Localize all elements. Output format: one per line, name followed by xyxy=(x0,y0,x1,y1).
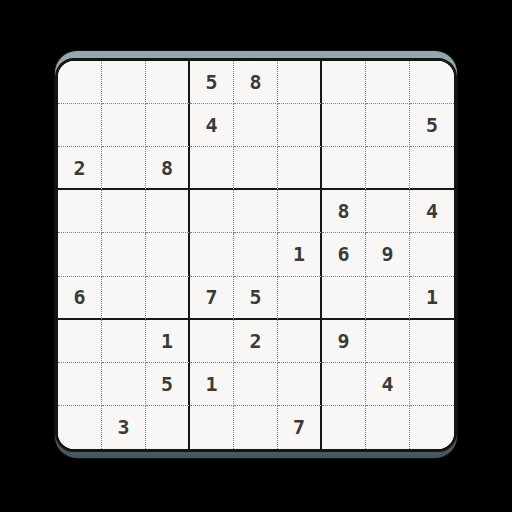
sudoku-grid: 58452884169675112951437 xyxy=(58,61,454,449)
given-digit: 5 xyxy=(249,287,261,307)
cell-r7c5[interactable]: 2 xyxy=(234,320,278,363)
cell-r5c8[interactable]: 9 xyxy=(366,233,410,276)
cell-r1c8[interactable] xyxy=(366,61,410,104)
given-digit: 8 xyxy=(161,158,173,178)
cell-r9c4[interactable] xyxy=(190,406,234,449)
cell-r6c8[interactable] xyxy=(366,277,410,320)
cell-r4c3[interactable] xyxy=(146,190,190,233)
cell-r9c7[interactable] xyxy=(322,406,366,449)
cell-r1c2[interactable] xyxy=(102,61,146,104)
cell-r2c1[interactable] xyxy=(58,104,102,147)
cell-r1c3[interactable] xyxy=(146,61,190,104)
cell-r1c5[interactable]: 8 xyxy=(234,61,278,104)
given-digit: 5 xyxy=(205,72,217,92)
cell-r5c2[interactable] xyxy=(102,233,146,276)
given-digit: 4 xyxy=(426,201,438,221)
cell-r8c6[interactable] xyxy=(278,363,322,406)
given-digit: 8 xyxy=(249,72,261,92)
cell-r4c6[interactable] xyxy=(278,190,322,233)
cell-r6c4[interactable]: 7 xyxy=(190,277,234,320)
cell-r4c8[interactable] xyxy=(366,190,410,233)
given-digit: 3 xyxy=(117,417,129,437)
cell-r4c7[interactable]: 8 xyxy=(322,190,366,233)
cell-r1c1[interactable] xyxy=(58,61,102,104)
given-digit: 5 xyxy=(426,115,438,135)
cell-r7c8[interactable] xyxy=(366,320,410,363)
cell-r6c5[interactable]: 5 xyxy=(234,277,278,320)
cell-r4c1[interactable] xyxy=(58,190,102,233)
cell-r7c2[interactable] xyxy=(102,320,146,363)
app-background: 58452884169675112951437 xyxy=(0,0,512,512)
cell-r6c3[interactable] xyxy=(146,277,190,320)
cell-r3c8[interactable] xyxy=(366,147,410,190)
cell-r3c7[interactable] xyxy=(322,147,366,190)
given-digit: 6 xyxy=(337,244,349,264)
cell-r9c8[interactable] xyxy=(366,406,410,449)
cell-r7c1[interactable] xyxy=(58,320,102,363)
cell-r8c8[interactable]: 4 xyxy=(366,363,410,406)
given-digit: 1 xyxy=(205,374,217,394)
given-digit: 2 xyxy=(249,331,261,351)
cell-r5c9[interactable] xyxy=(410,233,454,276)
cell-r9c2[interactable]: 3 xyxy=(102,406,146,449)
given-digit: 6 xyxy=(73,287,85,307)
cell-r2c9[interactable]: 5 xyxy=(410,104,454,147)
cell-r8c2[interactable] xyxy=(102,363,146,406)
given-digit: 8 xyxy=(337,201,349,221)
cell-r3c9[interactable] xyxy=(410,147,454,190)
cell-r5c1[interactable] xyxy=(58,233,102,276)
cell-r2c4[interactable]: 4 xyxy=(190,104,234,147)
cell-r6c1[interactable]: 6 xyxy=(58,277,102,320)
cell-r7c4[interactable] xyxy=(190,320,234,363)
cell-r3c6[interactable] xyxy=(278,147,322,190)
cell-r7c9[interactable] xyxy=(410,320,454,363)
cell-r8c3[interactable]: 5 xyxy=(146,363,190,406)
given-digit: 1 xyxy=(161,331,173,351)
cell-r8c5[interactable] xyxy=(234,363,278,406)
cell-r4c9[interactable]: 4 xyxy=(410,190,454,233)
cell-r7c3[interactable]: 1 xyxy=(146,320,190,363)
cell-r5c3[interactable] xyxy=(146,233,190,276)
cell-r6c9[interactable]: 1 xyxy=(410,277,454,320)
sudoku-board: 58452884169675112951437 xyxy=(55,58,457,452)
given-digit: 1 xyxy=(426,287,438,307)
given-digit: 5 xyxy=(161,374,173,394)
cell-r5c7[interactable]: 6 xyxy=(322,233,366,276)
cell-r3c4[interactable] xyxy=(190,147,234,190)
cell-r8c7[interactable] xyxy=(322,363,366,406)
cell-r6c2[interactable] xyxy=(102,277,146,320)
cell-r2c5[interactable] xyxy=(234,104,278,147)
cell-r2c6[interactable] xyxy=(278,104,322,147)
given-digit: 1 xyxy=(293,244,305,264)
cell-r9c9[interactable] xyxy=(410,406,454,449)
given-digit: 4 xyxy=(205,115,217,135)
given-digit: 7 xyxy=(293,417,305,437)
given-digit: 2 xyxy=(73,158,85,178)
cell-r4c4[interactable] xyxy=(190,190,234,233)
cell-r4c5[interactable] xyxy=(234,190,278,233)
cell-r3c2[interactable] xyxy=(102,147,146,190)
cell-r8c4[interactable]: 1 xyxy=(190,363,234,406)
cell-r7c7[interactable]: 9 xyxy=(322,320,366,363)
cell-r9c1[interactable] xyxy=(58,406,102,449)
cell-r1c6[interactable] xyxy=(278,61,322,104)
cell-r5c6[interactable]: 1 xyxy=(278,233,322,276)
given-digit: 9 xyxy=(337,331,349,351)
cell-r2c2[interactable] xyxy=(102,104,146,147)
cell-r1c4[interactable]: 5 xyxy=(190,61,234,104)
cell-r5c4[interactable] xyxy=(190,233,234,276)
cell-r6c7[interactable] xyxy=(322,277,366,320)
cell-r4c2[interactable] xyxy=(102,190,146,233)
given-digit: 4 xyxy=(381,374,393,394)
cell-r8c9[interactable] xyxy=(410,363,454,406)
cell-r2c7[interactable] xyxy=(322,104,366,147)
cell-r3c5[interactable] xyxy=(234,147,278,190)
cell-r2c3[interactable] xyxy=(146,104,190,147)
cell-r7c6[interactable] xyxy=(278,320,322,363)
cell-r1c9[interactable] xyxy=(410,61,454,104)
cell-r6c6[interactable] xyxy=(278,277,322,320)
cell-r9c6[interactable]: 7 xyxy=(278,406,322,449)
cell-r2c8[interactable] xyxy=(366,104,410,147)
cell-r8c1[interactable] xyxy=(58,363,102,406)
cell-r9c3[interactable] xyxy=(146,406,190,449)
cell-r9c5[interactable] xyxy=(234,406,278,449)
cell-r1c7[interactable] xyxy=(322,61,366,104)
given-digit: 9 xyxy=(381,244,393,264)
cell-r5c5[interactable] xyxy=(234,233,278,276)
given-digit: 7 xyxy=(205,287,217,307)
cell-r3c3[interactable]: 8 xyxy=(146,147,190,190)
cell-r3c1[interactable]: 2 xyxy=(58,147,102,190)
